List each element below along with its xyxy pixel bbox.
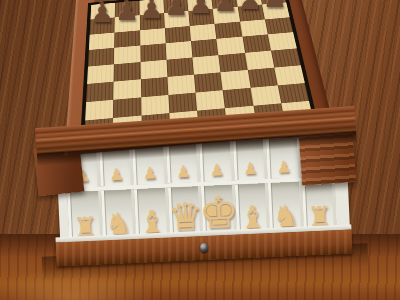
drawer-slot-front-8: ♜ xyxy=(301,180,337,231)
drawer-slot-front-2: ♞ xyxy=(100,189,136,240)
light-pawn-piece[interactable]: ♟ xyxy=(109,167,124,184)
square-e2[interactable] xyxy=(195,90,225,111)
light-king-piece[interactable]: ♚ xyxy=(198,189,239,235)
light-pawn-piece[interactable]: ♟ xyxy=(243,161,258,178)
chess-box-photo: ♟♟♟♟♟♟♟♟ ♜♞♝♛♚♝♞♜ ♜♞♝♛♚♝♞♜♟♟♟♟♟♟♟♟ xyxy=(0,0,400,300)
square-h2[interactable] xyxy=(277,83,309,104)
square-b2[interactable] xyxy=(113,97,141,118)
drawer-slot-front-6: ♝ xyxy=(234,183,270,234)
drawer-slot-front-3: ♝ xyxy=(134,188,170,239)
drawer-slot-front-1: ♜ xyxy=(67,191,103,242)
light-pawn-piece[interactable]: ♟ xyxy=(276,159,291,176)
light-pawn-piece[interactable]: ♟ xyxy=(142,165,157,182)
square-d2[interactable] xyxy=(168,92,197,113)
square-f2[interactable] xyxy=(223,87,253,108)
light-pawn-piece[interactable]: ♟ xyxy=(176,164,191,181)
square-c2[interactable] xyxy=(141,95,169,116)
drawer-slot-front-7: ♞ xyxy=(268,182,304,233)
square-g2[interactable] xyxy=(250,85,281,106)
drawer-slot-front-5: ♚ xyxy=(201,185,237,236)
light-pawn-piece[interactable]: ♟ xyxy=(209,162,224,179)
drawer-knob[interactable] xyxy=(200,243,208,252)
